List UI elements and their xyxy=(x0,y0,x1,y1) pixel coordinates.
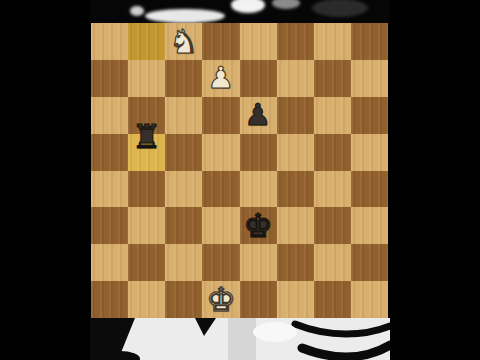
square-h8 xyxy=(351,23,388,60)
square-a4 xyxy=(91,171,128,208)
top-photo-art xyxy=(90,0,390,23)
square-c3 xyxy=(165,207,202,244)
square-g2 xyxy=(314,244,351,281)
white-knight: ♞ xyxy=(165,23,202,60)
square-a6 xyxy=(91,97,128,134)
square-e5 xyxy=(240,134,277,171)
square-e1 xyxy=(240,281,277,318)
square-d4 xyxy=(202,171,239,208)
square-d6 xyxy=(202,97,239,134)
square-c7 xyxy=(165,60,202,97)
square-e8 xyxy=(240,23,277,60)
square-h5 xyxy=(351,134,388,171)
square-c4 xyxy=(165,171,202,208)
square-h4 xyxy=(351,171,388,208)
square-a7 xyxy=(91,60,128,97)
square-c8: ♞ xyxy=(165,23,202,60)
bottom-photo-art xyxy=(90,318,390,360)
square-d7: ♟ xyxy=(202,60,239,97)
black-pawn: ♟ xyxy=(240,97,277,134)
square-a2 xyxy=(91,244,128,281)
square-e3: ♚ xyxy=(240,207,277,244)
square-c5 xyxy=(165,134,202,171)
square-d5 xyxy=(202,134,239,171)
square-g7 xyxy=(314,60,351,97)
square-g4 xyxy=(314,171,351,208)
white-king: ♚ xyxy=(202,281,239,318)
square-f1 xyxy=(277,281,314,318)
square-c6 xyxy=(165,97,202,134)
square-f5 xyxy=(277,134,314,171)
background-photo-bottom xyxy=(90,318,390,360)
square-b4 xyxy=(128,171,165,208)
black-rook: ♜ xyxy=(128,118,165,155)
square-g6 xyxy=(314,97,351,134)
square-b7 xyxy=(128,60,165,97)
square-h2 xyxy=(351,244,388,281)
square-b3 xyxy=(128,207,165,244)
square-d2 xyxy=(202,244,239,281)
white-pawn: ♟ xyxy=(202,60,239,97)
square-a1 xyxy=(91,281,128,318)
square-b2 xyxy=(128,244,165,281)
square-g5 xyxy=(314,134,351,171)
square-f8 xyxy=(277,23,314,60)
square-a3 xyxy=(91,207,128,244)
chess-board: ♞♟♟♜♚♚ xyxy=(91,23,388,318)
square-h1 xyxy=(351,281,388,318)
square-c1 xyxy=(165,281,202,318)
square-e2 xyxy=(240,244,277,281)
square-a5 xyxy=(91,134,128,171)
video-frame[interactable]: ♞♟♟♜♚♚ xyxy=(90,0,390,360)
square-b5: ♜ xyxy=(128,134,165,171)
square-e4 xyxy=(240,171,277,208)
square-d1: ♚ xyxy=(202,281,239,318)
square-a8 xyxy=(91,23,128,60)
square-e7 xyxy=(240,60,277,97)
square-b1 xyxy=(128,281,165,318)
square-f7 xyxy=(277,60,314,97)
background-photo-top xyxy=(90,0,390,23)
square-d3 xyxy=(202,207,239,244)
square-g1 xyxy=(314,281,351,318)
square-d8 xyxy=(202,23,239,60)
square-h3 xyxy=(351,207,388,244)
square-h6 xyxy=(351,97,388,134)
square-f6 xyxy=(277,97,314,134)
black-king: ♚ xyxy=(240,207,277,244)
square-f4 xyxy=(277,171,314,208)
square-g3 xyxy=(314,207,351,244)
square-f3 xyxy=(277,207,314,244)
square-g8 xyxy=(314,23,351,60)
square-f2 xyxy=(277,244,314,281)
square-h7 xyxy=(351,60,388,97)
square-b8 xyxy=(128,23,165,60)
square-c2 xyxy=(165,244,202,281)
square-e6: ♟ xyxy=(240,97,277,134)
